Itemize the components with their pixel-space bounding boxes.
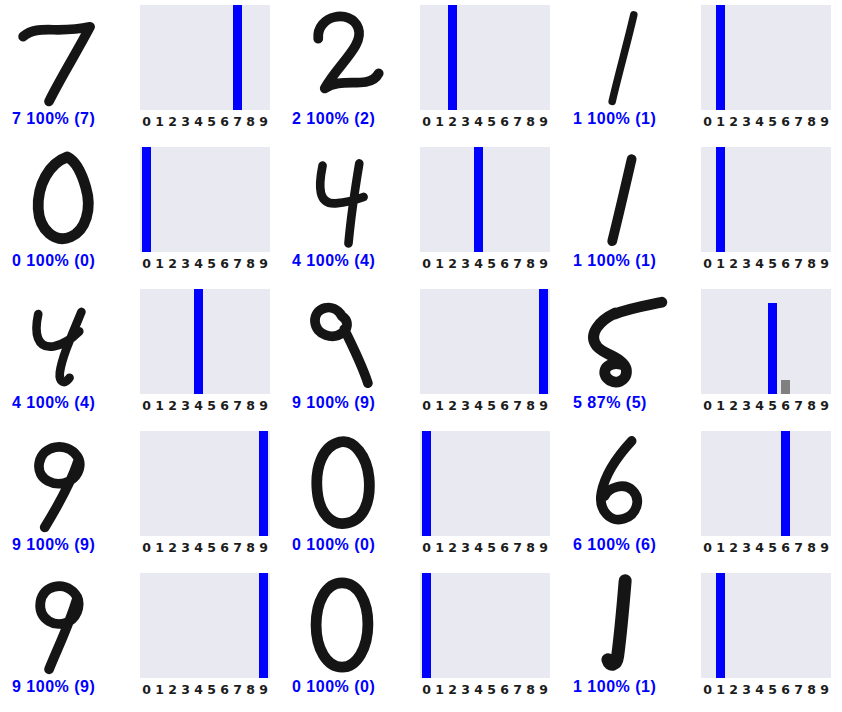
x-tick-label: 0 — [420, 398, 433, 413]
probability-bar-digit-1 — [716, 147, 725, 252]
x-tick-label: 1 — [714, 682, 727, 697]
x-tick-label: 2 — [727, 398, 740, 413]
x-tick-label: 4 — [753, 682, 766, 697]
x-tick-label: 5 — [485, 682, 498, 697]
x-tick-label: 9 — [537, 114, 550, 129]
prediction-cell: 5 87% (5) 0123456789 — [561, 284, 842, 426]
x-tick-label: 5 — [485, 540, 498, 555]
x-tick-label: 9 — [257, 540, 270, 555]
digit-stroke — [318, 16, 379, 88]
x-tick-label: 8 — [524, 256, 537, 271]
x-tick-label: 8 — [244, 256, 257, 271]
x-tick-label: 5 — [485, 398, 498, 413]
x-tick-label: 0 — [701, 256, 714, 271]
prediction-cell: 0 100% (0) 0123456789 — [280, 426, 561, 568]
x-tick-label: 4 — [472, 114, 485, 129]
x-tick-label: 2 — [166, 398, 179, 413]
prediction-label: 0 100% (0) — [12, 252, 95, 270]
prediction-label: 9 100% (9) — [292, 394, 375, 412]
x-tick-label: 9 — [818, 114, 831, 129]
handwritten-digit-image — [288, 286, 396, 394]
x-tick-labels: 0123456789 — [701, 682, 831, 697]
x-tick-label: 8 — [244, 114, 257, 129]
digit-stroke — [38, 157, 88, 239]
x-tick-label: 9 — [537, 540, 550, 555]
x-tick-label: 9 — [537, 398, 550, 413]
x-tick-label: 1 — [153, 256, 166, 271]
digit-stroke — [316, 583, 368, 667]
probability-bar-digit-4 — [194, 289, 203, 394]
x-tick-label: 7 — [511, 256, 524, 271]
x-tick-label: 4 — [472, 682, 485, 697]
prediction-label: 1 100% (1) — [573, 678, 656, 696]
x-tick-label: 6 — [498, 540, 511, 555]
x-tick-label: 2 — [446, 682, 459, 697]
x-tick-label: 4 — [753, 540, 766, 555]
x-tick-label: 1 — [714, 398, 727, 413]
x-tick-label: 0 — [140, 682, 153, 697]
prediction-cell: 6 100% (6) 0123456789 — [561, 426, 842, 568]
x-tick-label: 8 — [805, 256, 818, 271]
x-tick-label: 4 — [472, 540, 485, 555]
x-tick-label: 0 — [140, 114, 153, 129]
x-tick-labels: 0123456789 — [140, 682, 270, 697]
prediction-label: 0 100% (0) — [292, 536, 375, 554]
x-tick-label: 5 — [205, 114, 218, 129]
handwritten-digit-image — [8, 570, 116, 678]
prediction-label: 6 100% (6) — [573, 536, 656, 554]
x-tick-label: 8 — [805, 682, 818, 697]
x-tick-labels: 0123456789 — [701, 256, 831, 271]
x-tick-label: 6 — [498, 114, 511, 129]
x-tick-label: 3 — [459, 398, 472, 413]
x-tick-label: 0 — [420, 682, 433, 697]
x-tick-label: 2 — [166, 540, 179, 555]
x-tick-label: 8 — [524, 540, 537, 555]
digit-stroke — [39, 447, 80, 528]
x-tick-label: 7 — [792, 114, 805, 129]
probability-bar-digit-5 — [768, 303, 777, 394]
x-tick-label: 8 — [244, 682, 257, 697]
handwritten-digit-image — [8, 428, 116, 536]
digit-stroke — [317, 442, 370, 524]
x-tick-label: 8 — [524, 398, 537, 413]
x-tick-label: 1 — [714, 114, 727, 129]
x-tick-labels: 0123456789 — [420, 114, 550, 129]
x-tick-label: 9 — [537, 256, 550, 271]
handwritten-digit-image — [8, 144, 116, 252]
probability-bar-digit-7 — [233, 5, 242, 110]
x-tick-label: 7 — [231, 682, 244, 697]
x-tick-label: 3 — [740, 398, 753, 413]
x-tick-label: 1 — [153, 114, 166, 129]
x-tick-label: 6 — [779, 114, 792, 129]
prediction-label: 2 100% (2) — [292, 110, 375, 128]
x-tick-label: 2 — [166, 114, 179, 129]
x-tick-label: 3 — [740, 682, 753, 697]
x-tick-label: 7 — [511, 398, 524, 413]
chart-plot-area — [420, 431, 550, 536]
probability-chart — [701, 289, 831, 394]
chart-plot-area — [420, 5, 550, 110]
x-tick-label: 3 — [179, 682, 192, 697]
x-tick-label: 0 — [140, 540, 153, 555]
x-tick-label: 4 — [753, 398, 766, 413]
probability-bar-digit-9 — [259, 573, 268, 678]
x-tick-label: 5 — [205, 256, 218, 271]
chart-plot-area — [701, 5, 831, 110]
handwritten-digit-image — [8, 2, 116, 110]
x-tick-label: 6 — [498, 256, 511, 271]
handwritten-digit-image — [8, 286, 116, 394]
chart-plot-area — [140, 5, 270, 110]
probability-bar-digit-9 — [539, 289, 548, 394]
x-tick-labels: 0123456789 — [420, 682, 550, 697]
chart-plot-area — [701, 147, 831, 252]
handwritten-digit-image — [288, 570, 396, 678]
x-tick-labels: 0123456789 — [701, 114, 831, 129]
digit-stroke — [594, 302, 662, 382]
digit-stroke — [608, 581, 625, 664]
digit-stroke — [36, 312, 81, 382]
x-tick-label: 8 — [524, 114, 537, 129]
x-tick-label: 4 — [192, 256, 205, 271]
probability-chart — [140, 289, 270, 394]
handwritten-digit-image — [569, 428, 677, 536]
x-tick-label: 1 — [433, 398, 446, 413]
x-tick-label: 4 — [472, 256, 485, 271]
x-tick-label: 8 — [805, 540, 818, 555]
prediction-cell: 2 100% (2) 0123456789 — [280, 0, 561, 142]
x-tick-labels: 0123456789 — [140, 114, 270, 129]
x-tick-labels: 0123456789 — [420, 256, 550, 271]
x-tick-label: 7 — [231, 114, 244, 129]
prediction-cell: 1 100% (1) 0123456789 — [561, 142, 842, 284]
prediction-label: 4 100% (4) — [12, 394, 95, 412]
handwritten-digit-image — [288, 144, 396, 252]
prediction-cell: 0 100% (0) 0123456789 — [0, 142, 280, 284]
x-tick-labels: 0123456789 — [420, 398, 550, 413]
chart-plot-area — [140, 573, 270, 678]
probability-chart — [140, 5, 270, 110]
probability-chart — [140, 573, 270, 678]
chart-plot-area — [701, 573, 831, 678]
x-tick-label: 3 — [740, 114, 753, 129]
probability-bar-digit-4 — [474, 147, 483, 252]
x-tick-label: 8 — [244, 398, 257, 413]
x-tick-labels: 0123456789 — [701, 398, 831, 413]
prediction-label: 1 100% (1) — [573, 252, 656, 270]
prediction-cell: 4 100% (4) 0123456789 — [0, 284, 280, 426]
probability-chart — [701, 431, 831, 536]
x-tick-labels: 0123456789 — [140, 256, 270, 271]
digit-stroke — [23, 27, 90, 102]
x-tick-label: 9 — [818, 682, 831, 697]
x-tick-label: 6 — [779, 398, 792, 413]
x-tick-label: 0 — [701, 682, 714, 697]
probability-bar-digit-0 — [422, 431, 431, 536]
x-tick-label: 1 — [714, 540, 727, 555]
x-tick-label: 2 — [166, 682, 179, 697]
x-tick-label: 7 — [792, 256, 805, 271]
digit-stroke — [612, 159, 631, 241]
x-tick-label: 7 — [231, 256, 244, 271]
x-tick-label: 1 — [433, 114, 446, 129]
x-tick-label: 3 — [459, 256, 472, 271]
probability-chart — [420, 5, 550, 110]
handwritten-digit-image — [569, 2, 677, 110]
chart-plot-area — [701, 289, 831, 394]
x-tick-label: 6 — [779, 256, 792, 271]
prediction-label: 0 100% (0) — [292, 678, 375, 696]
probability-chart — [140, 147, 270, 252]
prediction-cell: 9 100% (9) 0123456789 — [0, 426, 280, 568]
handwritten-digit-image — [288, 428, 396, 536]
handwritten-digit-image — [569, 286, 677, 394]
prediction-label: 5 87% (5) — [573, 394, 647, 412]
x-tick-label: 5 — [205, 540, 218, 555]
x-tick-label: 7 — [792, 682, 805, 697]
digit-stroke — [40, 586, 78, 669]
x-tick-label: 4 — [192, 114, 205, 129]
prediction-label: 7 100% (7) — [12, 110, 95, 128]
probability-bar-digit-6 — [781, 380, 790, 394]
x-tick-labels: 0123456789 — [140, 540, 270, 555]
probability-chart — [701, 5, 831, 110]
x-tick-label: 9 — [818, 256, 831, 271]
x-tick-label: 4 — [192, 682, 205, 697]
x-tick-labels: 0123456789 — [701, 540, 831, 555]
x-tick-label: 8 — [805, 398, 818, 413]
probability-chart — [701, 147, 831, 252]
chart-plot-area — [420, 147, 550, 252]
x-tick-label: 1 — [433, 682, 446, 697]
chart-plot-area — [140, 431, 270, 536]
x-tick-label: 2 — [446, 114, 459, 129]
probability-bar-digit-2 — [448, 5, 457, 110]
prediction-label: 4 100% (4) — [292, 252, 375, 270]
prediction-cell: 1 100% (1) 0123456789 — [561, 568, 842, 710]
prediction-label: 9 100% (9) — [12, 678, 95, 696]
prediction-cell: 9 100% (9) 0123456789 — [0, 568, 280, 710]
probability-bar-digit-6 — [781, 431, 790, 536]
x-tick-label: 7 — [792, 398, 805, 413]
x-tick-label: 3 — [179, 114, 192, 129]
x-tick-label: 7 — [511, 114, 524, 129]
x-tick-label: 3 — [740, 256, 753, 271]
chart-plot-area — [420, 289, 550, 394]
x-tick-label: 1 — [153, 682, 166, 697]
x-tick-label: 9 — [257, 682, 270, 697]
prediction-cell: 0 100% (0) 0123456789 — [280, 568, 561, 710]
x-tick-label: 0 — [420, 114, 433, 129]
probability-bar-digit-0 — [422, 573, 431, 678]
x-tick-label: 4 — [472, 398, 485, 413]
x-tick-label: 3 — [459, 114, 472, 129]
chart-plot-area — [140, 147, 270, 252]
x-tick-label: 6 — [779, 682, 792, 697]
x-tick-label: 1 — [433, 256, 446, 271]
x-tick-label: 7 — [231, 398, 244, 413]
x-tick-label: 6 — [498, 398, 511, 413]
probability-chart — [420, 147, 550, 252]
chart-plot-area — [140, 289, 270, 394]
x-tick-label: 8 — [524, 682, 537, 697]
digit-stroke — [320, 163, 363, 243]
x-tick-label: 3 — [459, 682, 472, 697]
x-tick-label: 5 — [485, 114, 498, 129]
x-tick-label: 5 — [766, 256, 779, 271]
prediction-cell: 7 100% (7) 0123456789 — [0, 0, 280, 142]
x-tick-label: 8 — [805, 114, 818, 129]
x-tick-label: 0 — [420, 540, 433, 555]
handwritten-digit-image — [288, 2, 396, 110]
x-tick-label: 5 — [766, 682, 779, 697]
x-tick-label: 9 — [257, 256, 270, 271]
x-tick-label: 5 — [485, 256, 498, 271]
handwritten-digit-image — [569, 144, 677, 252]
x-tick-label: 1 — [714, 256, 727, 271]
x-tick-label: 5 — [205, 682, 218, 697]
prediction-label: 9 100% (9) — [12, 536, 95, 554]
x-tick-label: 5 — [766, 540, 779, 555]
probability-bar-digit-9 — [259, 431, 268, 536]
chart-plot-area — [420, 573, 550, 678]
x-tick-label: 2 — [727, 256, 740, 271]
digit-stroke — [601, 441, 637, 520]
x-tick-label: 6 — [218, 256, 231, 271]
x-tick-label: 2 — [446, 540, 459, 555]
x-tick-label: 2 — [166, 256, 179, 271]
x-tick-label: 9 — [818, 398, 831, 413]
x-tick-label: 3 — [179, 540, 192, 555]
x-tick-label: 0 — [701, 540, 714, 555]
x-tick-label: 0 — [701, 114, 714, 129]
x-tick-labels: 0123456789 — [140, 398, 270, 413]
prediction-cell: 4 100% (4) 0123456789 — [280, 142, 561, 284]
x-tick-label: 5 — [766, 114, 779, 129]
x-tick-label: 6 — [218, 682, 231, 697]
x-tick-label: 6 — [218, 398, 231, 413]
x-tick-label: 5 — [205, 398, 218, 413]
x-tick-label: 1 — [153, 398, 166, 413]
x-tick-label: 7 — [792, 540, 805, 555]
prediction-grid: 7 100% (7) 0123456789 2 100% (2) 0123456… — [0, 0, 842, 710]
prediction-label: 1 100% (1) — [573, 110, 656, 128]
x-tick-label: 6 — [218, 114, 231, 129]
probability-chart — [420, 431, 550, 536]
x-tick-label: 9 — [537, 682, 550, 697]
x-tick-label: 9 — [818, 540, 831, 555]
handwritten-digit-image — [569, 570, 677, 678]
chart-plot-area — [701, 431, 831, 536]
x-tick-labels: 0123456789 — [420, 540, 550, 555]
x-tick-label: 6 — [218, 540, 231, 555]
x-tick-label: 2 — [727, 540, 740, 555]
x-tick-label: 6 — [779, 540, 792, 555]
x-tick-label: 1 — [433, 540, 446, 555]
probability-chart — [140, 431, 270, 536]
x-tick-label: 8 — [244, 540, 257, 555]
probability-bar-digit-1 — [716, 573, 725, 678]
x-tick-label: 0 — [420, 256, 433, 271]
x-tick-label: 0 — [140, 256, 153, 271]
probability-chart — [701, 573, 831, 678]
probability-chart — [420, 573, 550, 678]
x-tick-label: 5 — [766, 398, 779, 413]
x-tick-label: 2 — [727, 114, 740, 129]
prediction-cell: 1 100% (1) 0123456789 — [561, 0, 842, 142]
x-tick-label: 7 — [511, 540, 524, 555]
x-tick-label: 0 — [701, 398, 714, 413]
x-tick-label: 4 — [192, 398, 205, 413]
probability-bar-digit-1 — [716, 5, 725, 110]
x-tick-label: 9 — [257, 114, 270, 129]
digit-stroke — [315, 308, 368, 384]
x-tick-label: 2 — [446, 398, 459, 413]
x-tick-label: 3 — [179, 398, 192, 413]
x-tick-label: 4 — [753, 114, 766, 129]
x-tick-label: 6 — [498, 682, 511, 697]
x-tick-label: 4 — [753, 256, 766, 271]
x-tick-label: 1 — [153, 540, 166, 555]
probability-chart — [420, 289, 550, 394]
x-tick-label: 3 — [459, 540, 472, 555]
x-tick-label: 2 — [727, 682, 740, 697]
digit-stroke — [612, 15, 634, 101]
x-tick-label: 7 — [511, 682, 524, 697]
x-tick-label: 0 — [140, 398, 153, 413]
x-tick-label: 3 — [740, 540, 753, 555]
x-tick-label: 9 — [257, 398, 270, 413]
prediction-cell: 9 100% (9) 0123456789 — [280, 284, 561, 426]
probability-bar-digit-0 — [142, 147, 151, 252]
x-tick-label: 3 — [179, 256, 192, 271]
x-tick-label: 7 — [231, 540, 244, 555]
x-tick-label: 2 — [446, 256, 459, 271]
x-tick-label: 4 — [192, 540, 205, 555]
